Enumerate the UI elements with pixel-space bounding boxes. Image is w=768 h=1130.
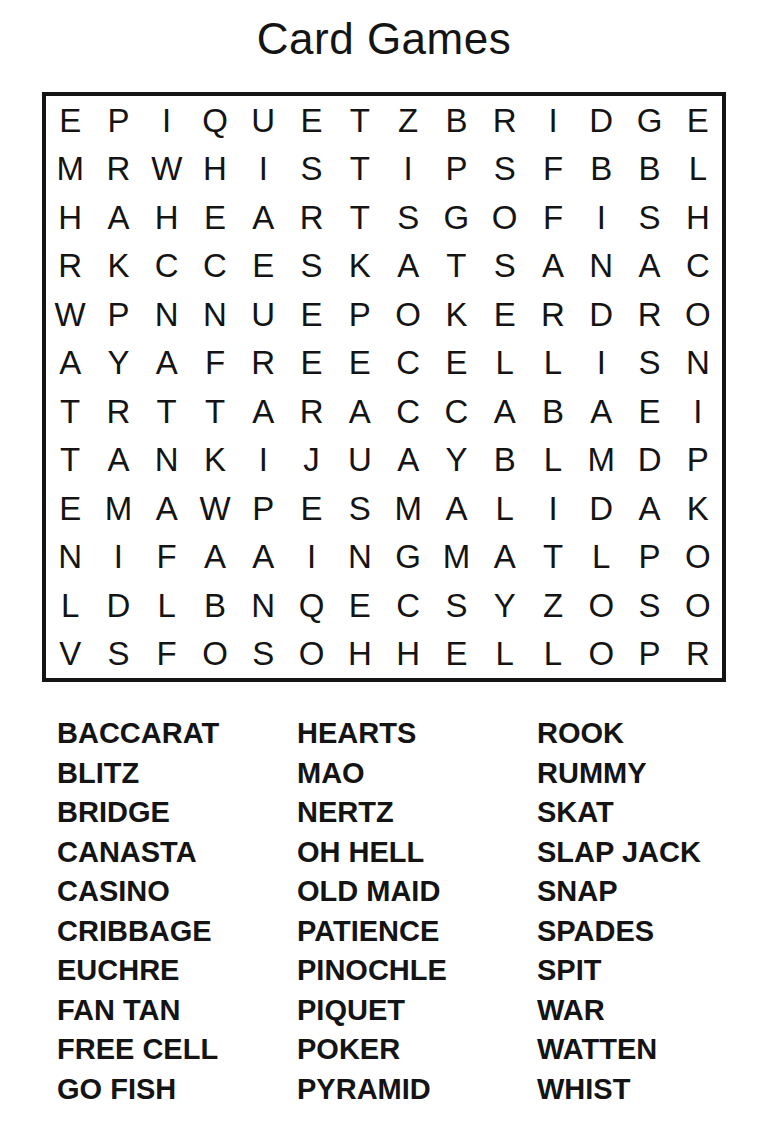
grid-cell-r5c2[interactable]: P xyxy=(94,290,142,339)
grid-cell-r8c1[interactable]: T xyxy=(46,436,94,485)
word-list-item-fan-tan: FAN TAN xyxy=(57,991,297,1031)
grid-cell-r8c8[interactable]: A xyxy=(384,436,432,485)
grid-cell-r10c7[interactable]: N xyxy=(336,533,384,582)
grid-cell-r12c11[interactable]: L xyxy=(529,630,577,679)
grid-cell-r3c5[interactable]: A xyxy=(239,193,287,242)
grid-cell-r9c3[interactable]: A xyxy=(143,484,191,533)
grid-cell-r6c2[interactable]: Y xyxy=(94,339,142,388)
grid-cell-r10c4[interactable]: A xyxy=(191,533,239,582)
grid-cell-r10c8[interactable]: G xyxy=(384,533,432,582)
grid-cell-r12c5[interactable]: S xyxy=(239,630,287,679)
grid-cell-r4c3[interactable]: C xyxy=(143,242,191,291)
grid-cell-r11c3[interactable]: L xyxy=(143,581,191,630)
grid-cell-r4c13[interactable]: A xyxy=(625,242,673,291)
grid-cell-r4c1[interactable]: R xyxy=(46,242,94,291)
grid-cell-r1c2[interactable]: P xyxy=(94,96,142,145)
grid-cell-r7c4[interactable]: T xyxy=(191,387,239,436)
word-list-item-spades: SPADES xyxy=(537,912,737,952)
grid-cell-r5c9[interactable]: K xyxy=(432,290,480,339)
grid-cell-r12c6[interactable]: O xyxy=(287,630,335,679)
grid-cell-r5c4[interactable]: N xyxy=(191,290,239,339)
grid-cell-r12c8[interactable]: H xyxy=(384,630,432,679)
word-list-column-2: HEARTSMAONERTZOH HELLOLD MAIDPATIENCEPIN… xyxy=(297,714,537,1109)
grid-cell-r4c2[interactable]: K xyxy=(94,242,142,291)
grid-cell-r8c13[interactable]: D xyxy=(625,436,673,485)
word-list-item-snap: SNAP xyxy=(537,872,737,912)
grid-cell-r11c2[interactable]: D xyxy=(94,581,142,630)
grid-cell-r12c13[interactable]: P xyxy=(625,630,673,679)
grid-cell-r6c8[interactable]: C xyxy=(384,339,432,388)
word-list-item-mao: MAO xyxy=(297,754,537,794)
grid-cell-r1c5[interactable]: U xyxy=(239,96,287,145)
word-list-column-3: ROOKRUMMYSKATSLAP JACKSNAPSPADESSPITWARW… xyxy=(537,714,737,1109)
grid-cell-r9c11[interactable]: I xyxy=(529,484,577,533)
grid-cell-r12c9[interactable]: E xyxy=(432,630,480,679)
grid-cell-r7c5[interactable]: A xyxy=(239,387,287,436)
grid-cell-r1c8[interactable]: Z xyxy=(384,96,432,145)
grid-cell-r11c7[interactable]: E xyxy=(336,581,384,630)
grid-cell-r8c10[interactable]: B xyxy=(481,436,529,485)
grid-cell-r12c10[interactable]: L xyxy=(481,630,529,679)
grid-cell-r12c14[interactable]: R xyxy=(674,630,722,679)
grid-cell-r1c12[interactable]: D xyxy=(577,96,625,145)
grid-cell-r10c12[interactable]: L xyxy=(577,533,625,582)
grid-cell-r2c6[interactable]: S xyxy=(287,145,335,194)
grid-cell-r6c11[interactable]: L xyxy=(529,339,577,388)
grid-cell-r7c2[interactable]: R xyxy=(94,387,142,436)
grid-cell-r11c10[interactable]: Y xyxy=(481,581,529,630)
grid-cell-r11c14[interactable]: O xyxy=(674,581,722,630)
grid-cell-r11c9[interactable]: S xyxy=(432,581,480,630)
grid-cell-r5c10[interactable]: E xyxy=(481,290,529,339)
word-list-item-cribbage: CRIBBAGE xyxy=(57,912,297,952)
grid-cell-r2c4[interactable]: H xyxy=(191,145,239,194)
grid-cell-r7c8[interactable]: C xyxy=(384,387,432,436)
grid-cell-r8c2[interactable]: A xyxy=(94,436,142,485)
grid-cell-r1c6[interactable]: E xyxy=(287,96,335,145)
grid-cell-r8c7[interactable]: U xyxy=(336,436,384,485)
word-list-item-pinochle: PINOCHLE xyxy=(297,951,537,991)
grid-cell-r11c1[interactable]: L xyxy=(46,581,94,630)
grid-cell-r2c7[interactable]: T xyxy=(336,145,384,194)
grid-cell-r6c14[interactable]: N xyxy=(674,339,722,388)
grid-cell-r4c4[interactable]: C xyxy=(191,242,239,291)
grid-cell-r2c13[interactable]: B xyxy=(625,145,673,194)
grid-cell-r9c2[interactable]: M xyxy=(94,484,142,533)
grid-cell-r2c14[interactable]: L xyxy=(674,145,722,194)
grid-cell-r2c9[interactable]: P xyxy=(432,145,480,194)
grid-cell-r8c4[interactable]: K xyxy=(191,436,239,485)
grid-cell-r9c9[interactable]: A xyxy=(432,484,480,533)
grid-cell-r12c3[interactable]: F xyxy=(143,630,191,679)
grid-cell-r1c11[interactable]: I xyxy=(529,96,577,145)
grid-cell-r10c9[interactable]: M xyxy=(432,533,480,582)
grid-cell-r1c14[interactable]: E xyxy=(674,96,722,145)
grid-cell-r4c5[interactable]: E xyxy=(239,242,287,291)
grid-cell-r9c13[interactable]: A xyxy=(625,484,673,533)
grid-cell-r5c13[interactable]: R xyxy=(625,290,673,339)
grid-cell-r10c1[interactable]: N xyxy=(46,533,94,582)
grid-cell-r9c6[interactable]: E xyxy=(287,484,335,533)
grid-cell-r12c12[interactable]: O xyxy=(577,630,625,679)
grid-cell-r12c1[interactable]: V xyxy=(46,630,94,679)
grid-cell-r3c2[interactable]: A xyxy=(94,193,142,242)
word-list-item-skat: SKAT xyxy=(537,793,737,833)
grid-cell-r3c9[interactable]: G xyxy=(432,193,480,242)
grid-cell-r7c14[interactable]: I xyxy=(674,387,722,436)
grid-cell-r3c14[interactable]: H xyxy=(674,193,722,242)
word-list-item-old-maid: OLD MAID xyxy=(297,872,537,912)
word-list-item-rook: ROOK xyxy=(537,714,737,754)
grid-cell-r9c1[interactable]: E xyxy=(46,484,94,533)
grid-cell-r3c13[interactable]: S xyxy=(625,193,673,242)
grid-cell-r5c14[interactable]: O xyxy=(674,290,722,339)
word-list-item-free-cell: FREE CELL xyxy=(57,1030,297,1070)
word-list-item-slap-jack: SLAP JACK xyxy=(537,833,737,873)
grid-cell-r6c6[interactable]: E xyxy=(287,339,335,388)
grid-cell-r11c12[interactable]: O xyxy=(577,581,625,630)
word-list-item-spit: SPIT xyxy=(537,951,737,991)
grid-cell-r6c10[interactable]: L xyxy=(481,339,529,388)
word-list-item-canasta: CANASTA xyxy=(57,833,297,873)
grid-cell-r7c1[interactable]: T xyxy=(46,387,94,436)
word-list-item-casino: CASINO xyxy=(57,872,297,912)
word-list-item-poker: POKER xyxy=(297,1030,537,1070)
grid-cell-r6c5[interactable]: R xyxy=(239,339,287,388)
grid-cell-r2c3[interactable]: W xyxy=(143,145,191,194)
grid-cell-r3c12[interactable]: I xyxy=(577,193,625,242)
grid-cell-r5c11[interactable]: R xyxy=(529,290,577,339)
grid-cell-r5c3[interactable]: N xyxy=(143,290,191,339)
grid-cell-r5c7[interactable]: P xyxy=(336,290,384,339)
word-list: BACCARATBLITZBRIDGECANASTACASINOCRIBBAGE… xyxy=(57,714,737,1109)
grid-cell-r4c9[interactable]: T xyxy=(432,242,480,291)
grid-cell-r1c4[interactable]: Q xyxy=(191,96,239,145)
grid-cell-r9c7[interactable]: S xyxy=(336,484,384,533)
word-list-column-1: BACCARATBLITZBRIDGECANASTACASINOCRIBBAGE… xyxy=(57,714,297,1109)
grid-cell-r9c10[interactable]: L xyxy=(481,484,529,533)
grid-cell-r2c5[interactable]: I xyxy=(239,145,287,194)
word-list-item-go-fish: GO FISH xyxy=(57,1070,297,1110)
grid-cell-r11c5[interactable]: N xyxy=(239,581,287,630)
page-title: Card Games xyxy=(0,14,768,64)
grid-cell-r10c11[interactable]: T xyxy=(529,533,577,582)
grid-cell-r10c5[interactable]: A xyxy=(239,533,287,582)
grid-cell-r8c3[interactable]: N xyxy=(143,436,191,485)
grid-cell-r12c7[interactable]: H xyxy=(336,630,384,679)
grid-cell-r7c13[interactable]: E xyxy=(625,387,673,436)
grid-cell-r11c8[interactable]: C xyxy=(384,581,432,630)
grid-cell-r10c3[interactable]: F xyxy=(143,533,191,582)
grid-cell-r2c1[interactable]: M xyxy=(46,145,94,194)
grid-cell-r2c12[interactable]: B xyxy=(577,145,625,194)
grid-cell-r4c7[interactable]: K xyxy=(336,242,384,291)
grid-cell-r3c7[interactable]: T xyxy=(336,193,384,242)
grid-cell-r8c9[interactable]: Y xyxy=(432,436,480,485)
word-list-item-war: WAR xyxy=(537,991,737,1031)
grid-cell-r8c14[interactable]: P xyxy=(674,436,722,485)
grid-cell-r8c11[interactable]: L xyxy=(529,436,577,485)
grid-cell-r4c6[interactable]: S xyxy=(287,242,335,291)
grid-cell-r1c13[interactable]: G xyxy=(625,96,673,145)
grid-cell-r1c3[interactable]: I xyxy=(143,96,191,145)
grid-cell-r6c3[interactable]: A xyxy=(143,339,191,388)
grid-cell-r7c3[interactable]: T xyxy=(143,387,191,436)
grid-cell-r3c11[interactable]: F xyxy=(529,193,577,242)
word-list-item-bridge: BRIDGE xyxy=(57,793,297,833)
word-list-item-piquet: PIQUET xyxy=(297,991,537,1031)
grid-cell-r12c4[interactable]: O xyxy=(191,630,239,679)
word-list-item-pyramid: PYRAMID xyxy=(297,1070,537,1110)
grid-cell-r4c14[interactable]: C xyxy=(674,242,722,291)
grid-cell-r8c12[interactable]: M xyxy=(577,436,625,485)
grid-cell-r6c12[interactable]: I xyxy=(577,339,625,388)
grid-cell-r11c4[interactable]: B xyxy=(191,581,239,630)
grid-cell-r11c6[interactable]: Q xyxy=(287,581,335,630)
word-list-item-rummy: RUMMY xyxy=(537,754,737,794)
grid-cell-r9c4[interactable]: W xyxy=(191,484,239,533)
grid-cell-r1c1[interactable]: E xyxy=(46,96,94,145)
grid-cell-r3c4[interactable]: E xyxy=(191,193,239,242)
grid-cell-r4c8[interactable]: A xyxy=(384,242,432,291)
grid-cell-r6c13[interactable]: S xyxy=(625,339,673,388)
grid-cell-r4c11[interactable]: A xyxy=(529,242,577,291)
grid-cell-r9c5[interactable]: P xyxy=(239,484,287,533)
grid-cell-r7c7[interactable]: A xyxy=(336,387,384,436)
grid-cell-r9c14[interactable]: K xyxy=(674,484,722,533)
word-list-item-oh-hell: OH HELL xyxy=(297,833,537,873)
grid-cell-r1c7[interactable]: T xyxy=(336,96,384,145)
word-search-grid: EPIQUETZBRIDGEMRWHISTIPSFBBLHAHEARTSGOFI… xyxy=(42,92,726,682)
grid-cell-r6c7[interactable]: E xyxy=(336,339,384,388)
grid-cell-r7c9[interactable]: C xyxy=(432,387,480,436)
grid-cell-r7c6[interactable]: R xyxy=(287,387,335,436)
grid-cell-r11c11[interactable]: Z xyxy=(529,581,577,630)
word-list-item-patience: PATIENCE xyxy=(297,912,537,952)
grid-cell-r2c10[interactable]: S xyxy=(481,145,529,194)
word-list-item-hearts: HEARTS xyxy=(297,714,537,754)
grid-cell-r8c6[interactable]: J xyxy=(287,436,335,485)
grid-cell-r10c2[interactable]: I xyxy=(94,533,142,582)
grid-cell-r4c12[interactable]: N xyxy=(577,242,625,291)
grid-cell-r10c13[interactable]: P xyxy=(625,533,673,582)
grid-cell-r6c1[interactable]: A xyxy=(46,339,94,388)
grid-cell-r7c11[interactable]: B xyxy=(529,387,577,436)
grid-cell-r7c12[interactable]: A xyxy=(577,387,625,436)
grid-cell-r11c13[interactable]: S xyxy=(625,581,673,630)
grid-cell-r3c1[interactable]: H xyxy=(46,193,94,242)
grid-cell-r8c5[interactable]: I xyxy=(239,436,287,485)
grid-cell-r6c4[interactable]: F xyxy=(191,339,239,388)
grid-cell-r10c14[interactable]: O xyxy=(674,533,722,582)
grid-cell-r2c11[interactable]: F xyxy=(529,145,577,194)
grid-cell-r2c2[interactable]: R xyxy=(94,145,142,194)
grid-cell-r1c9[interactable]: B xyxy=(432,96,480,145)
word-list-item-baccarat: BACCARAT xyxy=(57,714,297,754)
grid-cell-r4c10[interactable]: S xyxy=(481,242,529,291)
grid-cell-r5c8[interactable]: O xyxy=(384,290,432,339)
word-list-item-whist: WHIST xyxy=(537,1070,737,1110)
grid-cell-r7c10[interactable]: A xyxy=(481,387,529,436)
grid-cell-r10c6[interactable]: I xyxy=(287,533,335,582)
grid-cell-r3c10[interactable]: O xyxy=(481,193,529,242)
word-list-item-watten: WATTEN xyxy=(537,1030,737,1070)
word-list-item-euchre: EUCHRE xyxy=(57,951,297,991)
grid-cell-r10c10[interactable]: A xyxy=(481,533,529,582)
grid-cell-r3c8[interactable]: S xyxy=(384,193,432,242)
grid-cell-r9c8[interactable]: M xyxy=(384,484,432,533)
grid-cell-r6c9[interactable]: E xyxy=(432,339,480,388)
grid-cell-r1c10[interactable]: R xyxy=(481,96,529,145)
grid-cell-r3c3[interactable]: H xyxy=(143,193,191,242)
grid-cell-r12c2[interactable]: S xyxy=(94,630,142,679)
grid-cell-r5c12[interactable]: D xyxy=(577,290,625,339)
word-list-item-blitz: BLITZ xyxy=(57,754,297,794)
grid-cell-r5c5[interactable]: U xyxy=(239,290,287,339)
grid-cell-r5c1[interactable]: W xyxy=(46,290,94,339)
word-list-item-nertz: NERTZ xyxy=(297,793,537,833)
grid-cell-r9c12[interactable]: D xyxy=(577,484,625,533)
grid-cell-r3c6[interactable]: R xyxy=(287,193,335,242)
grid-cell-r5c6[interactable]: E xyxy=(287,290,335,339)
grid-cell-r2c8[interactable]: I xyxy=(384,145,432,194)
